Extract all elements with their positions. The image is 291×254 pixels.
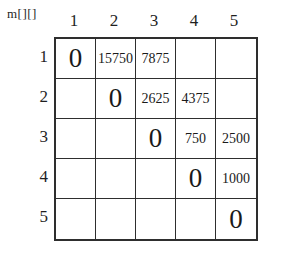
column-headers: 1 2 3 4 5 [54,8,258,34]
cell-r4-c3 [136,159,176,199]
cell-r2-c4: 4375 [176,79,216,119]
row-header-3: 3 [0,117,48,157]
cell-r3-c1 [56,119,96,159]
cell-r1-c4 [176,39,216,79]
cell-r4-c4: 0 [176,159,216,199]
cell-r5-c5: 0 [216,199,256,239]
cell-r5-c1 [56,199,96,239]
cell-r5-c2 [96,199,136,239]
cell-r3-c3: 0 [136,119,176,159]
column-header-2: 2 [94,8,134,34]
cell-r2-c5 [216,79,256,119]
cell-r5-c3 [136,199,176,239]
cell-r4-c2 [96,159,136,199]
column-header-3: 3 [134,8,174,34]
cell-r1-c5 [216,39,256,79]
cell-r2-c2: 0 [96,79,136,119]
cell-r2-c3: 2625 [136,79,176,119]
row-header-1: 1 [0,37,48,77]
cell-r5-c4 [176,199,216,239]
cell-r2-c1 [56,79,96,119]
row-header-5: 5 [0,197,48,237]
dp-grid: 0 15750 7875 0 2625 4375 0 750 2500 0 10… [54,37,258,241]
cell-r1-c1: 0 [56,39,96,79]
cell-r1-c3: 7875 [136,39,176,79]
column-header-4: 4 [174,8,214,34]
column-header-5: 5 [214,8,254,34]
cell-r4-c5: 1000 [216,159,256,199]
cell-r1-c2: 15750 [96,39,136,79]
cell-r3-c4: 750 [176,119,216,159]
row-headers: 1 2 3 4 5 [0,37,48,237]
column-header-1: 1 [54,8,94,34]
row-header-2: 2 [0,77,48,117]
matrix-label: m[][] [7,6,37,22]
cell-r4-c1 [56,159,96,199]
cell-r3-c2 [96,119,136,159]
cell-r3-c5: 2500 [216,119,256,159]
dp-table-figure: m[][] 1 2 3 4 5 1 2 3 4 5 0 15750 7875 0… [0,0,291,254]
row-header-4: 4 [0,157,48,197]
